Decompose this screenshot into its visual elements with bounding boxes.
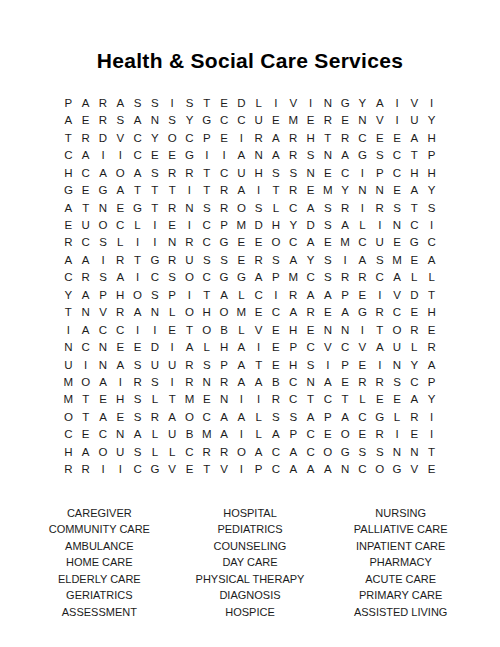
- grid-cell[interactable]: S: [181, 95, 198, 112]
- grid-cell[interactable]: R: [94, 95, 111, 112]
- grid-cell[interactable]: E: [267, 357, 284, 374]
- grid-cell[interactable]: L: [406, 339, 423, 356]
- grid-cell[interactable]: E: [112, 339, 129, 356]
- grid-cell[interactable]: O: [94, 444, 111, 461]
- grid-cell[interactable]: E: [233, 235, 250, 252]
- grid-cell[interactable]: I: [77, 357, 94, 374]
- grid-cell[interactable]: R: [112, 252, 129, 269]
- grid-cell[interactable]: N: [371, 182, 388, 199]
- grid-cell[interactable]: R: [181, 357, 198, 374]
- grid-cell[interactable]: S: [388, 200, 405, 217]
- grid-cell[interactable]: E: [406, 426, 423, 443]
- grid-cell[interactable]: N: [319, 147, 336, 164]
- grid-cell[interactable]: V: [215, 461, 232, 478]
- grid-cell[interactable]: S: [215, 252, 232, 269]
- grid-cell[interactable]: R: [215, 182, 232, 199]
- grid-cell[interactable]: T: [77, 391, 94, 408]
- grid-cell[interactable]: A: [129, 112, 146, 129]
- grid-cell[interactable]: U: [388, 339, 405, 356]
- grid-cell[interactable]: R: [77, 130, 94, 147]
- grid-cell[interactable]: P: [60, 95, 77, 112]
- grid-cell[interactable]: C: [406, 217, 423, 234]
- grid-cell[interactable]: I: [215, 147, 232, 164]
- grid-cell[interactable]: S: [94, 269, 111, 286]
- grid-cell[interactable]: O: [233, 200, 250, 217]
- grid-cell[interactable]: I: [129, 235, 146, 252]
- grid-cell[interactable]: I: [388, 426, 405, 443]
- grid-cell[interactable]: R: [406, 322, 423, 339]
- grid-cell[interactable]: V: [94, 304, 111, 321]
- grid-cell[interactable]: I: [250, 339, 267, 356]
- grid-cell[interactable]: N: [250, 147, 267, 164]
- grid-cell[interactable]: C: [285, 391, 302, 408]
- grid-cell[interactable]: A: [267, 130, 284, 147]
- grid-cell[interactable]: N: [112, 426, 129, 443]
- grid-cell[interactable]: E: [371, 130, 388, 147]
- grid-cell[interactable]: R: [164, 200, 181, 217]
- grid-cell[interactable]: C: [354, 461, 371, 478]
- grid-cell[interactable]: U: [406, 112, 423, 129]
- grid-cell[interactable]: R: [77, 461, 94, 478]
- grid-cell[interactable]: R: [181, 235, 198, 252]
- grid-cell[interactable]: P: [371, 165, 388, 182]
- grid-cell[interactable]: T: [423, 444, 440, 461]
- grid-cell[interactable]: S: [146, 287, 163, 304]
- grid-cell[interactable]: T: [250, 357, 267, 374]
- grid-cell[interactable]: G: [129, 200, 146, 217]
- grid-cell[interactable]: S: [302, 357, 319, 374]
- grid-cell[interactable]: R: [285, 130, 302, 147]
- grid-cell[interactable]: A: [354, 252, 371, 269]
- grid-cell[interactable]: A: [94, 165, 111, 182]
- grid-cell[interactable]: I: [423, 409, 440, 426]
- grid-cell[interactable]: T: [198, 182, 215, 199]
- grid-cell[interactable]: Y: [336, 182, 353, 199]
- grid-cell[interactable]: V: [406, 461, 423, 478]
- grid-cell[interactable]: L: [146, 391, 163, 408]
- grid-cell[interactable]: C: [388, 165, 405, 182]
- grid-cell[interactable]: C: [146, 269, 163, 286]
- grid-cell[interactable]: P: [423, 147, 440, 164]
- grid-cell[interactable]: I: [371, 287, 388, 304]
- grid-cell[interactable]: B: [267, 374, 284, 391]
- grid-cell[interactable]: N: [388, 444, 405, 461]
- grid-cell[interactable]: E: [354, 357, 371, 374]
- grid-cell[interactable]: N: [388, 357, 405, 374]
- grid-cell[interactable]: T: [406, 147, 423, 164]
- grid-cell[interactable]: A: [215, 409, 232, 426]
- grid-cell[interactable]: A: [77, 322, 94, 339]
- grid-cell[interactable]: A: [388, 269, 405, 286]
- grid-cell[interactable]: L: [250, 95, 267, 112]
- grid-cell[interactable]: R: [371, 426, 388, 443]
- grid-cell[interactable]: S: [112, 112, 129, 129]
- grid-cell[interactable]: C: [77, 339, 94, 356]
- grid-cell[interactable]: R: [112, 304, 129, 321]
- grid-cell[interactable]: A: [302, 287, 319, 304]
- grid-cell[interactable]: R: [354, 374, 371, 391]
- grid-cell[interactable]: E: [354, 426, 371, 443]
- grid-cell[interactable]: A: [371, 95, 388, 112]
- grid-cell[interactable]: P: [285, 426, 302, 443]
- grid-cell[interactable]: I: [388, 95, 405, 112]
- grid-cell[interactable]: L: [198, 339, 215, 356]
- grid-cell[interactable]: H: [267, 217, 284, 234]
- grid-cell[interactable]: M: [285, 269, 302, 286]
- grid-cell[interactable]: E: [406, 252, 423, 269]
- grid-cell[interactable]: A: [112, 269, 129, 286]
- grid-cell[interactable]: N: [336, 461, 353, 478]
- grid-cell[interactable]: C: [77, 235, 94, 252]
- grid-cell[interactable]: S: [319, 200, 336, 217]
- grid-cell[interactable]: N: [319, 95, 336, 112]
- grid-cell[interactable]: C: [354, 130, 371, 147]
- grid-cell[interactable]: M: [388, 252, 405, 269]
- grid-cell[interactable]: A: [129, 426, 146, 443]
- grid-cell[interactable]: I: [181, 287, 198, 304]
- grid-cell[interactable]: I: [94, 147, 111, 164]
- grid-cell[interactable]: I: [302, 95, 319, 112]
- grid-cell[interactable]: I: [181, 182, 198, 199]
- grid-cell[interactable]: I: [164, 95, 181, 112]
- grid-cell[interactable]: U: [371, 235, 388, 252]
- grid-cell[interactable]: N: [77, 304, 94, 321]
- grid-cell[interactable]: Y: [423, 182, 440, 199]
- grid-cell[interactable]: C: [233, 112, 250, 129]
- grid-cell[interactable]: N: [319, 322, 336, 339]
- grid-cell[interactable]: A: [94, 409, 111, 426]
- grid-cell[interactable]: C: [406, 374, 423, 391]
- grid-cell[interactable]: A: [60, 200, 77, 217]
- grid-cell[interactable]: C: [198, 217, 215, 234]
- grid-cell[interactable]: P: [94, 287, 111, 304]
- grid-cell[interactable]: Y: [60, 287, 77, 304]
- grid-cell[interactable]: R: [302, 304, 319, 321]
- grid-cell[interactable]: A: [319, 374, 336, 391]
- grid-cell[interactable]: I: [164, 374, 181, 391]
- grid-cell[interactable]: I: [423, 95, 440, 112]
- grid-cell[interactable]: B: [215, 322, 232, 339]
- grid-cell[interactable]: A: [285, 304, 302, 321]
- grid-cell[interactable]: S: [146, 95, 163, 112]
- grid-cell[interactable]: I: [250, 182, 267, 199]
- grid-cell[interactable]: N: [146, 112, 163, 129]
- grid-cell[interactable]: P: [267, 269, 284, 286]
- grid-cell[interactable]: T: [77, 409, 94, 426]
- grid-cell[interactable]: E: [164, 217, 181, 234]
- grid-cell[interactable]: I: [267, 95, 284, 112]
- grid-cell[interactable]: E: [423, 461, 440, 478]
- grid-cell[interactable]: V: [319, 339, 336, 356]
- grid-cell[interactable]: N: [94, 339, 111, 356]
- grid-cell[interactable]: N: [388, 217, 405, 234]
- grid-cell[interactable]: C: [423, 235, 440, 252]
- grid-cell[interactable]: M: [233, 217, 250, 234]
- grid-cell[interactable]: G: [60, 182, 77, 199]
- grid-cell[interactable]: A: [112, 95, 129, 112]
- grid-cell[interactable]: N: [198, 374, 215, 391]
- grid-cell[interactable]: S: [285, 165, 302, 182]
- grid-cell[interactable]: A: [371, 339, 388, 356]
- grid-cell[interactable]: C: [267, 304, 284, 321]
- grid-cell[interactable]: E: [94, 391, 111, 408]
- grid-cell[interactable]: E: [267, 322, 284, 339]
- grid-cell[interactable]: L: [354, 217, 371, 234]
- grid-cell[interactable]: P: [164, 287, 181, 304]
- grid-cell[interactable]: R: [336, 269, 353, 286]
- grid-cell[interactable]: C: [336, 165, 353, 182]
- grid-cell[interactable]: T: [319, 130, 336, 147]
- grid-cell[interactable]: N: [164, 235, 181, 252]
- grid-cell[interactable]: S: [388, 374, 405, 391]
- grid-cell[interactable]: A: [319, 461, 336, 478]
- grid-cell[interactable]: L: [146, 444, 163, 461]
- grid-cell[interactable]: E: [112, 409, 129, 426]
- grid-cell[interactable]: A: [112, 357, 129, 374]
- grid-cell[interactable]: E: [388, 391, 405, 408]
- grid-cell[interactable]: T: [198, 95, 215, 112]
- grid-cell[interactable]: D: [302, 217, 319, 234]
- grid-cell[interactable]: R: [215, 444, 232, 461]
- grid-cell[interactable]: C: [267, 444, 284, 461]
- grid-cell[interactable]: R: [371, 304, 388, 321]
- grid-cell[interactable]: L: [164, 444, 181, 461]
- grid-cell[interactable]: T: [198, 461, 215, 478]
- grid-cell[interactable]: R: [336, 130, 353, 147]
- grid-cell[interactable]: R: [319, 112, 336, 129]
- grid-cell[interactable]: E: [198, 391, 215, 408]
- grid-cell[interactable]: O: [77, 374, 94, 391]
- grid-cell[interactable]: G: [336, 95, 353, 112]
- grid-cell[interactable]: A: [181, 339, 198, 356]
- grid-cell[interactable]: V: [285, 95, 302, 112]
- grid-cell[interactable]: C: [354, 235, 371, 252]
- grid-cell[interactable]: C: [267, 461, 284, 478]
- grid-cell[interactable]: R: [164, 252, 181, 269]
- grid-cell[interactable]: T: [164, 182, 181, 199]
- grid-cell[interactable]: M: [198, 426, 215, 443]
- grid-cell[interactable]: M: [60, 391, 77, 408]
- grid-cell[interactable]: A: [302, 235, 319, 252]
- grid-cell[interactable]: L: [250, 409, 267, 426]
- grid-cell[interactable]: G: [354, 147, 371, 164]
- grid-cell[interactable]: U: [181, 252, 198, 269]
- grid-cell[interactable]: H: [423, 130, 440, 147]
- grid-cell[interactable]: A: [285, 252, 302, 269]
- grid-cell[interactable]: S: [371, 444, 388, 461]
- grid-cell[interactable]: S: [267, 252, 284, 269]
- grid-cell[interactable]: D: [94, 130, 111, 147]
- grid-cell[interactable]: G: [371, 409, 388, 426]
- grid-cell[interactable]: R: [406, 409, 423, 426]
- grid-cell[interactable]: O: [60, 409, 77, 426]
- grid-cell[interactable]: U: [233, 165, 250, 182]
- grid-cell[interactable]: A: [336, 147, 353, 164]
- grid-cell[interactable]: S: [319, 252, 336, 269]
- grid-cell[interactable]: R: [336, 200, 353, 217]
- grid-cell[interactable]: D: [146, 339, 163, 356]
- grid-cell[interactable]: E: [336, 112, 353, 129]
- grid-cell[interactable]: A: [423, 357, 440, 374]
- grid-cell[interactable]: L: [388, 409, 405, 426]
- grid-cell[interactable]: S: [129, 95, 146, 112]
- grid-cell[interactable]: A: [250, 444, 267, 461]
- grid-cell[interactable]: U: [60, 357, 77, 374]
- grid-cell[interactable]: I: [146, 322, 163, 339]
- grid-cell[interactable]: D: [233, 95, 250, 112]
- grid-cell[interactable]: R: [285, 182, 302, 199]
- grid-cell[interactable]: V: [388, 287, 405, 304]
- grid-cell[interactable]: A: [60, 112, 77, 129]
- grid-cell[interactable]: D: [406, 287, 423, 304]
- grid-cell[interactable]: A: [233, 409, 250, 426]
- grid-cell[interactable]: R: [215, 374, 232, 391]
- grid-cell[interactable]: I: [423, 217, 440, 234]
- grid-cell[interactable]: A: [423, 252, 440, 269]
- grid-cell[interactable]: A: [406, 182, 423, 199]
- grid-cell[interactable]: C: [60, 147, 77, 164]
- grid-cell[interactable]: M: [60, 374, 77, 391]
- grid-cell[interactable]: H: [112, 287, 129, 304]
- grid-cell[interactable]: L: [267, 200, 284, 217]
- grid-cell[interactable]: S: [319, 269, 336, 286]
- grid-cell[interactable]: R: [60, 461, 77, 478]
- grid-cell[interactable]: R: [267, 391, 284, 408]
- grid-cell[interactable]: G: [94, 182, 111, 199]
- grid-cell[interactable]: A: [233, 182, 250, 199]
- grid-cell[interactable]: A: [302, 409, 319, 426]
- grid-cell[interactable]: A: [233, 357, 250, 374]
- grid-cell[interactable]: C: [129, 461, 146, 478]
- grid-cell[interactable]: C: [198, 269, 215, 286]
- grid-cell[interactable]: I: [319, 357, 336, 374]
- grid-cell[interactable]: I: [354, 165, 371, 182]
- grid-cell[interactable]: V: [371, 112, 388, 129]
- grid-cell[interactable]: L: [164, 304, 181, 321]
- grid-cell[interactable]: A: [336, 409, 353, 426]
- grid-cell[interactable]: U: [112, 444, 129, 461]
- grid-cell[interactable]: I: [233, 391, 250, 408]
- grid-cell[interactable]: C: [181, 130, 198, 147]
- grid-cell[interactable]: S: [354, 444, 371, 461]
- grid-cell[interactable]: C: [112, 217, 129, 234]
- grid-cell[interactable]: R: [181, 374, 198, 391]
- grid-cell[interactable]: O: [319, 444, 336, 461]
- grid-cell[interactable]: R: [164, 165, 181, 182]
- grid-cell[interactable]: R: [371, 374, 388, 391]
- grid-cell[interactable]: R: [371, 200, 388, 217]
- grid-cell[interactable]: S: [285, 409, 302, 426]
- grid-cell[interactable]: C: [285, 200, 302, 217]
- grid-cell[interactable]: C: [215, 165, 232, 182]
- grid-cell[interactable]: H: [302, 130, 319, 147]
- grid-cell[interactable]: N: [354, 112, 371, 129]
- grid-cell[interactable]: E: [319, 235, 336, 252]
- grid-cell[interactable]: A: [285, 444, 302, 461]
- grid-cell[interactable]: C: [198, 409, 215, 426]
- grid-cell[interactable]: O: [181, 304, 198, 321]
- grid-cell[interactable]: P: [336, 357, 353, 374]
- grid-cell[interactable]: M: [319, 182, 336, 199]
- grid-cell[interactable]: C: [319, 391, 336, 408]
- grid-cell[interactable]: T: [371, 322, 388, 339]
- grid-cell[interactable]: C: [371, 269, 388, 286]
- grid-cell[interactable]: S: [94, 235, 111, 252]
- grid-cell[interactable]: A: [250, 374, 267, 391]
- grid-cell[interactable]: L: [354, 391, 371, 408]
- grid-cell[interactable]: E: [77, 182, 94, 199]
- grid-cell[interactable]: E: [215, 95, 232, 112]
- grid-cell[interactable]: C: [94, 426, 111, 443]
- grid-cell[interactable]: C: [129, 130, 146, 147]
- grid-cell[interactable]: V: [354, 339, 371, 356]
- grid-cell[interactable]: A: [112, 182, 129, 199]
- grid-cell[interactable]: R: [423, 339, 440, 356]
- grid-cell[interactable]: I: [112, 147, 129, 164]
- grid-cell[interactable]: O: [233, 444, 250, 461]
- grid-cell[interactable]: E: [112, 200, 129, 217]
- grid-cell[interactable]: E: [215, 130, 232, 147]
- grid-cell[interactable]: C: [181, 444, 198, 461]
- grid-cell[interactable]: A: [267, 147, 284, 164]
- grid-cell[interactable]: T: [406, 200, 423, 217]
- grid-cell[interactable]: I: [146, 235, 163, 252]
- grid-cell[interactable]: R: [94, 112, 111, 129]
- grid-cell[interactable]: G: [336, 444, 353, 461]
- grid-cell[interactable]: U: [77, 217, 94, 234]
- grid-cell[interactable]: I: [164, 339, 181, 356]
- grid-cell[interactable]: N: [406, 444, 423, 461]
- grid-cell[interactable]: S: [319, 217, 336, 234]
- grid-cell[interactable]: E: [60, 217, 77, 234]
- grid-cell[interactable]: L: [250, 426, 267, 443]
- grid-cell[interactable]: S: [198, 200, 215, 217]
- grid-cell[interactable]: L: [146, 426, 163, 443]
- grid-cell[interactable]: E: [388, 182, 405, 199]
- grid-cell[interactable]: L: [129, 217, 146, 234]
- grid-cell[interactable]: G: [215, 235, 232, 252]
- grid-cell[interactable]: B: [181, 426, 198, 443]
- grid-cell[interactable]: I: [94, 461, 111, 478]
- grid-cell[interactable]: H: [60, 165, 77, 182]
- grid-cell[interactable]: P: [285, 339, 302, 356]
- grid-cell[interactable]: Y: [181, 112, 198, 129]
- grid-cell[interactable]: O: [181, 269, 198, 286]
- grid-cell[interactable]: A: [215, 287, 232, 304]
- grid-cell[interactable]: E: [233, 252, 250, 269]
- grid-cell[interactable]: I: [267, 287, 284, 304]
- grid-cell[interactable]: A: [250, 269, 267, 286]
- grid-cell[interactable]: C: [112, 322, 129, 339]
- grid-cell[interactable]: A: [129, 165, 146, 182]
- grid-cell[interactable]: I: [371, 357, 388, 374]
- grid-cell[interactable]: C: [94, 322, 111, 339]
- grid-cell[interactable]: I: [112, 461, 129, 478]
- grid-cell[interactable]: N: [146, 304, 163, 321]
- grid-cell[interactable]: N: [336, 322, 353, 339]
- grid-cell[interactable]: M: [233, 304, 250, 321]
- grid-cell[interactable]: A: [233, 147, 250, 164]
- grid-cell[interactable]: S: [198, 252, 215, 269]
- grid-cell[interactable]: A: [336, 217, 353, 234]
- grid-cell[interactable]: M: [181, 391, 198, 408]
- grid-cell[interactable]: E: [319, 304, 336, 321]
- grid-cell[interactable]: N: [181, 200, 198, 217]
- grid-cell[interactable]: T: [198, 287, 215, 304]
- grid-cell[interactable]: C: [60, 269, 77, 286]
- grid-cell[interactable]: H: [285, 357, 302, 374]
- grid-cell[interactable]: I: [129, 269, 146, 286]
